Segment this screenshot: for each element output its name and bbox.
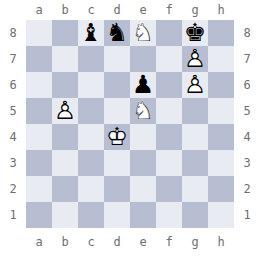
square-a6[interactable] xyxy=(26,72,52,98)
black-bishop: ♝ xyxy=(78,20,104,46)
square-h7[interactable] xyxy=(208,46,234,72)
square-a8[interactable] xyxy=(26,20,52,46)
file-label-bottom-e: e xyxy=(130,228,156,256)
file-label-top-g: g xyxy=(182,0,208,20)
square-d6[interactable] xyxy=(104,72,130,98)
white-pawn-outline: ♙ xyxy=(182,72,208,98)
white-king-fill: ♚ xyxy=(104,124,130,150)
square-g7[interactable]: ♟♙ xyxy=(182,46,208,72)
square-a1[interactable] xyxy=(26,202,52,228)
square-e1[interactable] xyxy=(130,202,156,228)
square-d4[interactable]: ♚♔ xyxy=(104,124,130,150)
rank-label-left-7: 7 xyxy=(0,46,26,72)
board-corner-bottom-left xyxy=(0,228,26,256)
white-pawn-outline: ♙ xyxy=(182,46,208,72)
square-g4[interactable] xyxy=(182,124,208,150)
square-f4[interactable] xyxy=(156,124,182,150)
rank-label-right-4: 4 xyxy=(234,124,260,150)
square-h8[interactable] xyxy=(208,20,234,46)
square-c5[interactable] xyxy=(78,98,104,124)
white-pawn-fill: ♟ xyxy=(52,98,78,124)
rank-label-right-1: 1 xyxy=(234,202,260,228)
square-d3[interactable] xyxy=(104,150,130,176)
file-label-bottom-b: b xyxy=(52,228,78,256)
square-a5[interactable] xyxy=(26,98,52,124)
square-c8[interactable]: ♝ xyxy=(78,20,104,46)
square-f6[interactable] xyxy=(156,72,182,98)
square-e2[interactable] xyxy=(130,176,156,202)
board-corner-top-right xyxy=(234,0,260,20)
square-f3[interactable] xyxy=(156,150,182,176)
black-bishop-glyph: ♝ xyxy=(78,20,104,46)
square-g1[interactable] xyxy=(182,202,208,228)
black-king: ♚ xyxy=(182,20,208,46)
square-c6[interactable] xyxy=(78,72,104,98)
square-b4[interactable] xyxy=(52,124,78,150)
file-label-bottom-h: h xyxy=(208,228,234,256)
square-b5[interactable]: ♟♙ xyxy=(52,98,78,124)
square-a3[interactable] xyxy=(26,150,52,176)
rank-label-left-3: 3 xyxy=(0,150,26,176)
rank-label-left-6: 6 xyxy=(0,72,26,98)
chess-board: abcdefgh8♝♞♞♘♚87♟♙76♟♟♙65♟♙♞♘54♚♔4332211… xyxy=(0,0,260,256)
square-f7[interactable] xyxy=(156,46,182,72)
file-label-bottom-f: f xyxy=(156,228,182,256)
square-b8[interactable] xyxy=(52,20,78,46)
file-label-top-c: c xyxy=(78,0,104,20)
square-b1[interactable] xyxy=(52,202,78,228)
square-b3[interactable] xyxy=(52,150,78,176)
white-pawn-outline: ♙ xyxy=(52,98,78,124)
square-h6[interactable] xyxy=(208,72,234,98)
white-pawn: ♟♙ xyxy=(182,72,208,98)
white-knight: ♞♘ xyxy=(130,98,156,124)
white-pawn-fill: ♟ xyxy=(182,72,208,98)
square-c4[interactable] xyxy=(78,124,104,150)
rank-label-right-7: 7 xyxy=(234,46,260,72)
black-knight-glyph: ♞ xyxy=(104,20,130,46)
black-pawn: ♟ xyxy=(130,72,156,98)
square-f5[interactable] xyxy=(156,98,182,124)
square-g3[interactable] xyxy=(182,150,208,176)
square-e5[interactable]: ♞♘ xyxy=(130,98,156,124)
square-d5[interactable] xyxy=(104,98,130,124)
square-e6[interactable]: ♟ xyxy=(130,72,156,98)
board-corner-bottom-right xyxy=(234,228,260,256)
white-pawn: ♟♙ xyxy=(52,98,78,124)
rank-label-right-5: 5 xyxy=(234,98,260,124)
rank-label-right-6: 6 xyxy=(234,72,260,98)
board-corner-top-left xyxy=(0,0,26,20)
square-d1[interactable] xyxy=(104,202,130,228)
square-e7[interactable] xyxy=(130,46,156,72)
file-label-top-d: d xyxy=(104,0,130,20)
white-knight-outline: ♘ xyxy=(130,20,156,46)
square-b2[interactable] xyxy=(52,176,78,202)
white-knight: ♞♘ xyxy=(130,20,156,46)
white-knight-fill: ♞ xyxy=(130,98,156,124)
rank-label-left-2: 2 xyxy=(0,176,26,202)
file-label-top-h: h xyxy=(208,0,234,20)
square-b6[interactable] xyxy=(52,72,78,98)
black-king-glyph: ♚ xyxy=(182,20,208,46)
square-a7[interactable] xyxy=(26,46,52,72)
square-c1[interactable] xyxy=(78,202,104,228)
file-label-top-f: f xyxy=(156,0,182,20)
square-e4[interactable] xyxy=(130,124,156,150)
square-c2[interactable] xyxy=(78,176,104,202)
black-knight: ♞ xyxy=(104,20,130,46)
square-h3[interactable] xyxy=(208,150,234,176)
square-h2[interactable] xyxy=(208,176,234,202)
black-pawn-glyph: ♟ xyxy=(130,72,156,98)
white-pawn-fill: ♟ xyxy=(182,46,208,72)
square-f8[interactable] xyxy=(156,20,182,46)
rank-label-left-5: 5 xyxy=(0,98,26,124)
square-f1[interactable] xyxy=(156,202,182,228)
square-c7[interactable] xyxy=(78,46,104,72)
white-knight-outline: ♘ xyxy=(130,98,156,124)
rank-label-left-1: 1 xyxy=(0,202,26,228)
rank-label-right-3: 3 xyxy=(234,150,260,176)
rank-label-left-4: 4 xyxy=(0,124,26,150)
rank-label-right-2: 2 xyxy=(234,176,260,202)
file-label-top-b: b xyxy=(52,0,78,20)
square-g8[interactable]: ♚ xyxy=(182,20,208,46)
square-c3[interactable] xyxy=(78,150,104,176)
white-king-outline: ♔ xyxy=(104,124,130,150)
square-e3[interactable] xyxy=(130,150,156,176)
square-d2[interactable] xyxy=(104,176,130,202)
square-h1[interactable] xyxy=(208,202,234,228)
square-g2[interactable] xyxy=(182,176,208,202)
square-d7[interactable] xyxy=(104,46,130,72)
square-a4[interactable] xyxy=(26,124,52,150)
file-label-top-a: a xyxy=(26,0,52,20)
file-label-bottom-g: g xyxy=(182,228,208,256)
square-g6[interactable]: ♟♙ xyxy=(182,72,208,98)
square-h4[interactable] xyxy=(208,124,234,150)
square-f2[interactable] xyxy=(156,176,182,202)
square-h5[interactable] xyxy=(208,98,234,124)
white-knight-fill: ♞ xyxy=(130,20,156,46)
white-pawn: ♟♙ xyxy=(182,46,208,72)
file-label-bottom-a: a xyxy=(26,228,52,256)
square-e8[interactable]: ♞♘ xyxy=(130,20,156,46)
rank-label-right-8: 8 xyxy=(234,20,260,46)
white-king: ♚♔ xyxy=(104,124,130,150)
file-label-top-e: e xyxy=(130,0,156,20)
file-label-bottom-d: d xyxy=(104,228,130,256)
square-d8[interactable]: ♞ xyxy=(104,20,130,46)
square-b7[interactable] xyxy=(52,46,78,72)
rank-label-left-8: 8 xyxy=(0,20,26,46)
square-g5[interactable] xyxy=(182,98,208,124)
file-label-bottom-c: c xyxy=(78,228,104,256)
square-a2[interactable] xyxy=(26,176,52,202)
